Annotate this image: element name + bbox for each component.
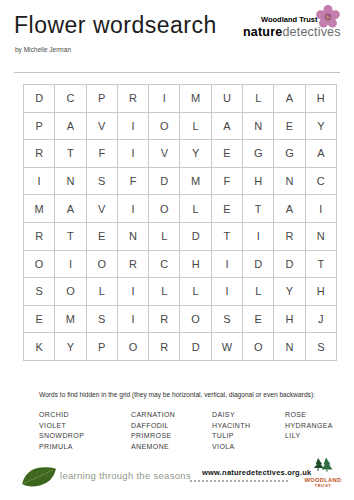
grid-cell: A: [306, 140, 337, 168]
grid-cell: A: [55, 195, 86, 223]
footer-tagline: learning through the seasons: [60, 470, 191, 481]
grid-cell: P: [24, 113, 55, 141]
grid-cell: I: [118, 113, 149, 141]
grid-cell: K: [24, 333, 55, 361]
word-list-column: ROSEHYDRANGEALILY: [285, 410, 354, 452]
grid-cell: I: [243, 223, 274, 251]
grid-cell: P: [87, 85, 118, 113]
grid-cell: R: [118, 85, 149, 113]
wordsearch-grid: DCPRIMULAHPAVIOLANEYRTFIVYEGGAINSFDMFHNC…: [23, 84, 337, 361]
grid-cell: H: [306, 85, 337, 113]
byline: by Michelle Jerman: [15, 46, 71, 53]
grid-cell: H: [306, 278, 337, 306]
grid-cell: H: [274, 306, 305, 334]
grid-cell: R: [149, 333, 180, 361]
word-list-item: ORCHID: [39, 410, 131, 421]
grid-cell: G: [243, 140, 274, 168]
grid-cell: I: [118, 195, 149, 223]
grid-cell: D: [180, 223, 211, 251]
grid-cell: A: [55, 113, 86, 141]
grid-cell: I: [55, 251, 86, 279]
grid-cell: C: [306, 168, 337, 196]
trust-label: TRUST: [302, 483, 344, 488]
trees-icon: [302, 457, 344, 476]
grid-cell: N: [118, 223, 149, 251]
grid-cell: Y: [55, 333, 86, 361]
grid-cell: T: [55, 140, 86, 168]
grid-cell: H: [180, 251, 211, 279]
grid-cell: H: [243, 168, 274, 196]
word-list-item: PRIMROSE: [131, 431, 212, 442]
grid-cell: T: [243, 195, 274, 223]
grid-cell: F: [87, 140, 118, 168]
grid-cell: A: [212, 113, 243, 141]
grid-cell: I: [212, 278, 243, 306]
grid-cell: O: [55, 278, 86, 306]
grid-cell: C: [55, 85, 86, 113]
grid-cell: P: [87, 333, 118, 361]
word-list-column: DAISYHYACINTHTULIPVIOLA: [212, 410, 285, 452]
grid-cell: L: [243, 278, 274, 306]
grid-cell: F: [212, 168, 243, 196]
grid-cell: O: [149, 113, 180, 141]
logo-brand-bold: nature: [243, 25, 282, 39]
word-list-item: SNOWDROP: [39, 431, 131, 442]
grid-cell: I: [306, 195, 337, 223]
word-list-item: LILY: [285, 431, 354, 442]
grid-cell: I: [118, 306, 149, 334]
grid-cell: I: [212, 251, 243, 279]
grid-cell: V: [87, 195, 118, 223]
grid-cell: M: [24, 195, 55, 223]
worksheet-page: Flower wordsearch by Michelle Jerman Woo…: [0, 0, 354, 500]
grid-cell: R: [24, 140, 55, 168]
grid-cell: O: [118, 333, 149, 361]
logo-woodland-trust-text: Woodland Trust: [261, 15, 318, 24]
grid-cell: S: [306, 333, 337, 361]
word-list-item: DAISY: [212, 410, 285, 421]
grid-cell: O: [87, 251, 118, 279]
dog-rose-flower-icon: [315, 4, 341, 34]
grid-cell: W: [212, 333, 243, 361]
grid-cell: G: [274, 140, 305, 168]
grid-cell: E: [274, 113, 305, 141]
grid-cell: L: [149, 223, 180, 251]
grid-cell: L: [243, 85, 274, 113]
word-list-column: ORCHIDVIOLETSNOWDROPPRIMULA: [39, 410, 131, 452]
grid-cell: E: [24, 306, 55, 334]
grid-cell: D: [274, 251, 305, 279]
grid-cell: S: [87, 168, 118, 196]
grid-cell: O: [24, 251, 55, 279]
fine-print-line: [190, 480, 290, 482]
grid-cell: Y: [306, 113, 337, 141]
word-list-item: TULIP: [212, 431, 285, 442]
grid-cell: O: [243, 333, 274, 361]
grid-cell: O: [180, 306, 211, 334]
word-list-item: CARNATION: [131, 410, 212, 421]
grid-cell: J: [306, 306, 337, 334]
grid-cell: I: [118, 140, 149, 168]
grid-cell: D: [24, 85, 55, 113]
grid-cell: N: [274, 333, 305, 361]
woodland-trust-logo: WOODLAND TRUST: [302, 457, 344, 488]
grid-cell: A: [274, 85, 305, 113]
grid-cell: S: [212, 306, 243, 334]
word-list-item: DAFFODIL: [131, 421, 212, 432]
instructions-text: Words to find hidden in the grid (they m…: [0, 391, 354, 398]
header-divider: [14, 72, 340, 73]
grid-cell: U: [212, 85, 243, 113]
grid-cell: Y: [180, 140, 211, 168]
grid-cell: T: [212, 223, 243, 251]
grid-cell: R: [24, 223, 55, 251]
grid-cell: D: [149, 168, 180, 196]
website-url: www.naturedetectives.org.uk: [202, 468, 311, 477]
grid-cell: S: [87, 306, 118, 334]
grid-cell: N: [243, 113, 274, 141]
grid-cell: V: [149, 140, 180, 168]
grid-cell: L: [180, 278, 211, 306]
word-list-item: HYACINTH: [212, 421, 285, 432]
grid-cell: T: [306, 251, 337, 279]
grid-cell: N: [274, 168, 305, 196]
grid-cell: N: [55, 168, 86, 196]
grid-cell: M: [55, 306, 86, 334]
grid-cell: I: [149, 85, 180, 113]
grid-cell: E: [212, 140, 243, 168]
grid-cell: A: [274, 195, 305, 223]
grid-cell: E: [87, 223, 118, 251]
grid-cell: L: [149, 278, 180, 306]
grid-cell: T: [55, 223, 86, 251]
grid-cell: R: [274, 223, 305, 251]
grid-cell: I: [118, 278, 149, 306]
grid-cell: Y: [274, 278, 305, 306]
grid-cell: F: [118, 168, 149, 196]
word-list-item: HYDRANGEA: [285, 421, 354, 432]
grid-cell: E: [212, 195, 243, 223]
grid-cell: D: [243, 251, 274, 279]
grid-cell: R: [118, 251, 149, 279]
word-list-item: PRIMULA: [39, 442, 131, 453]
grid-cell: D: [180, 333, 211, 361]
word-list-item: VIOLET: [39, 421, 131, 432]
grid-cell: R: [149, 306, 180, 334]
grid-cell: O: [149, 195, 180, 223]
page-title: Flower wordsearch: [14, 12, 217, 39]
grid-cell: M: [180, 85, 211, 113]
grid-cell: C: [149, 251, 180, 279]
word-list: ORCHIDVIOLETSNOWDROPPRIMULACARNATIONDAFF…: [39, 410, 354, 452]
grid-cell: N: [306, 223, 337, 251]
word-list-column: CARNATIONDAFFODILPRIMROSEANEMONE: [131, 410, 212, 452]
grid-cell: L: [87, 278, 118, 306]
grid-cell: M: [180, 168, 211, 196]
grid-cell: L: [180, 113, 211, 141]
leaf-icon: [20, 465, 58, 493]
grid-cell: L: [180, 195, 211, 223]
word-list-item: ANEMONE: [131, 442, 212, 453]
grid-cell: S: [24, 278, 55, 306]
word-list-item: VIOLA: [212, 442, 285, 453]
grid-cell: I: [24, 168, 55, 196]
word-list-item: ROSE: [285, 410, 354, 421]
grid-cell: E: [243, 306, 274, 334]
grid-cell: V: [87, 113, 118, 141]
